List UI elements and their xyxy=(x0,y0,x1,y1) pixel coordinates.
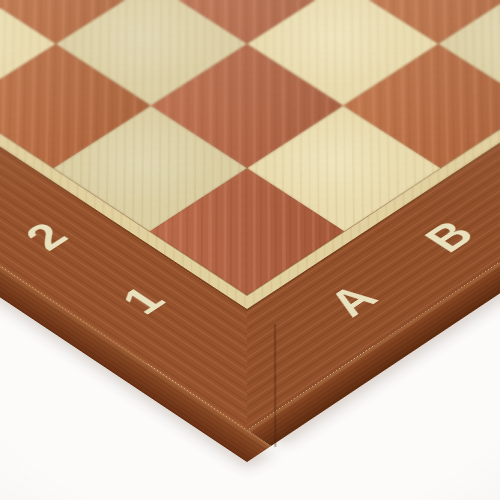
chessboard-photo: ABCDEFGH12345678 xyxy=(0,0,500,500)
chessboard: ABCDEFGH12345678 xyxy=(0,0,500,430)
frame-mitre-seam xyxy=(274,324,276,447)
